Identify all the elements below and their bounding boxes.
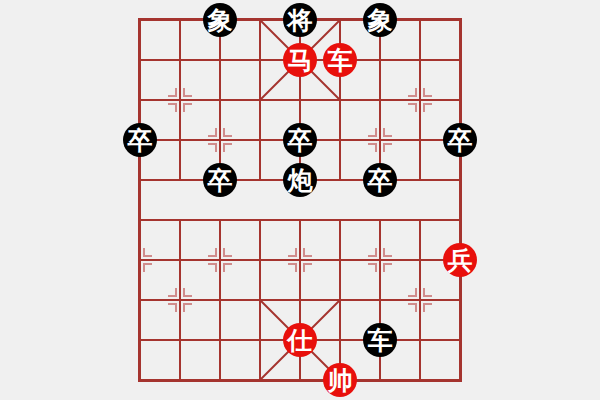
piece-black-soldier[interactable]: 卒 bbox=[123, 123, 157, 157]
marker-bracket bbox=[168, 88, 177, 97]
piece-black-cannon[interactable]: 炮 bbox=[283, 163, 317, 197]
marker-bracket bbox=[223, 263, 232, 272]
marker-bracket bbox=[208, 143, 217, 152]
xiangqi-board[interactable]: 象将象马车卒卒卒卒炮卒兵仕车帅 bbox=[140, 20, 460, 380]
marker-bracket bbox=[143, 248, 152, 257]
marker-bracket bbox=[303, 248, 312, 257]
grid-line-vertical bbox=[419, 20, 421, 180]
grid-line-vertical bbox=[219, 220, 221, 380]
xiangqi-app: 象将象马车卒卒卒卒炮卒兵仕车帅 bbox=[0, 0, 600, 400]
marker-bracket bbox=[368, 263, 377, 272]
marker-bracket bbox=[408, 88, 417, 97]
grid-line-vertical bbox=[419, 220, 421, 380]
piece-black-soldier[interactable]: 卒 bbox=[283, 123, 317, 157]
piece-black-soldier[interactable]: 卒 bbox=[203, 163, 237, 197]
marker-bracket bbox=[288, 263, 297, 272]
marker-bracket bbox=[208, 263, 217, 272]
piece-black-chariot[interactable]: 车 bbox=[363, 323, 397, 357]
piece-red-chariot[interactable]: 车 bbox=[323, 43, 357, 77]
grid-line-vertical bbox=[379, 20, 381, 180]
grid-line-vertical bbox=[339, 220, 341, 380]
marker-bracket bbox=[168, 288, 177, 297]
marker-bracket bbox=[383, 248, 392, 257]
marker-bracket bbox=[208, 248, 217, 257]
grid-line-vertical bbox=[219, 20, 221, 180]
marker-bracket bbox=[368, 128, 377, 137]
marker-bracket bbox=[408, 288, 417, 297]
marker-bracket bbox=[368, 143, 377, 152]
marker-bracket bbox=[183, 288, 192, 297]
marker-bracket bbox=[368, 248, 377, 257]
piece-black-elephant[interactable]: 象 bbox=[363, 3, 397, 37]
piece-red-horse[interactable]: 马 bbox=[283, 43, 317, 77]
marker-bracket bbox=[303, 263, 312, 272]
marker-bracket bbox=[408, 303, 417, 312]
piece-black-soldier[interactable]: 卒 bbox=[363, 163, 397, 197]
marker-bracket bbox=[423, 288, 432, 297]
marker-bracket bbox=[408, 103, 417, 112]
marker-bracket bbox=[423, 303, 432, 312]
marker-bracket bbox=[183, 88, 192, 97]
marker-bracket bbox=[183, 303, 192, 312]
grid-line-vertical bbox=[179, 220, 181, 380]
piece-red-general[interactable]: 帅 bbox=[323, 363, 357, 397]
piece-red-soldier[interactable]: 兵 bbox=[443, 243, 477, 277]
piece-black-soldier[interactable]: 卒 bbox=[443, 123, 477, 157]
marker-bracket bbox=[223, 143, 232, 152]
grid-line-vertical bbox=[259, 20, 261, 180]
marker-bracket bbox=[383, 143, 392, 152]
piece-red-advisor[interactable]: 仕 bbox=[283, 323, 317, 357]
marker-bracket bbox=[143, 263, 152, 272]
marker-bracket bbox=[423, 88, 432, 97]
marker-bracket bbox=[168, 303, 177, 312]
piece-black-general[interactable]: 将 bbox=[283, 3, 317, 37]
piece-black-elephant[interactable]: 象 bbox=[203, 3, 237, 37]
marker-bracket bbox=[183, 103, 192, 112]
marker-bracket bbox=[383, 263, 392, 272]
marker-bracket bbox=[423, 103, 432, 112]
grid-line-vertical bbox=[179, 20, 181, 180]
grid-line-vertical bbox=[259, 220, 261, 380]
marker-bracket bbox=[223, 128, 232, 137]
marker-bracket bbox=[168, 103, 177, 112]
marker-bracket bbox=[208, 128, 217, 137]
marker-bracket bbox=[288, 248, 297, 257]
marker-bracket bbox=[223, 248, 232, 257]
marker-bracket bbox=[383, 128, 392, 137]
